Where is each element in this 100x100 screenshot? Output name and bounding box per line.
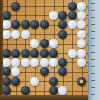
black-stone[interactable]: [21, 86, 30, 95]
black-stone[interactable]: [40, 39, 49, 48]
black-stone[interactable]: [2, 67, 11, 76]
white-stone[interactable]: [77, 20, 86, 29]
black-stone[interactable]: [58, 30, 67, 39]
white-stone[interactable]: [77, 49, 86, 58]
black-stone[interactable]: [77, 77, 86, 86]
white-stone[interactable]: [68, 49, 77, 58]
black-stone[interactable]: [58, 20, 67, 29]
white-stone[interactable]: [40, 58, 49, 67]
black-stone[interactable]: [30, 49, 39, 58]
white-stone[interactable]: [30, 58, 39, 67]
black-stone[interactable]: [49, 49, 58, 58]
white-stone[interactable]: [21, 30, 30, 39]
white-stone[interactable]: [2, 58, 11, 67]
white-stone[interactable]: [77, 11, 86, 20]
board-edge-left: [0, 0, 3, 100]
black-stone[interactable]: [11, 77, 20, 86]
black-stone[interactable]: [40, 49, 49, 58]
white-stone[interactable]: [77, 58, 86, 67]
white-stone[interactable]: [77, 39, 86, 48]
white-stone[interactable]: [77, 30, 86, 39]
white-stone[interactable]: [68, 20, 77, 29]
white-stone[interactable]: [49, 11, 58, 20]
go-board-photo: [0, 0, 100, 100]
black-stone[interactable]: [2, 86, 11, 95]
black-stone[interactable]: [11, 20, 20, 29]
black-stone[interactable]: [11, 49, 20, 58]
black-stone[interactable]: [11, 2, 20, 11]
right-side-strip: [88, 0, 100, 100]
white-stone[interactable]: [2, 30, 11, 39]
black-stone[interactable]: [2, 77, 11, 86]
black-stone[interactable]: [58, 67, 67, 76]
go-board[interactable]: [0, 0, 100, 100]
white-stone[interactable]: [30, 77, 39, 86]
black-stone[interactable]: [58, 58, 67, 67]
strip-tick-marks: [91, 3, 95, 97]
grid-hline: [2, 91, 88, 92]
white-stone[interactable]: [49, 39, 58, 48]
white-stone[interactable]: [21, 58, 30, 67]
white-stone[interactable]: [11, 58, 20, 67]
black-stone[interactable]: [21, 49, 30, 58]
white-stone[interactable]: [58, 86, 67, 95]
white-stone[interactable]: [49, 58, 58, 67]
black-stone[interactable]: [40, 20, 49, 29]
black-stone[interactable]: [58, 11, 67, 20]
black-stone[interactable]: [2, 49, 11, 58]
black-stone[interactable]: [30, 20, 39, 29]
black-stone[interactable]: [68, 2, 77, 11]
white-stone[interactable]: [77, 2, 86, 11]
black-stone[interactable]: [2, 11, 11, 20]
white-stone[interactable]: [30, 39, 39, 48]
black-stone[interactable]: [49, 77, 58, 86]
black-stone[interactable]: [21, 20, 30, 29]
black-stone[interactable]: [49, 86, 58, 95]
last-move-marker: [80, 80, 83, 83]
white-stone[interactable]: [2, 20, 11, 29]
black-stone[interactable]: [68, 11, 77, 20]
white-stone[interactable]: [11, 30, 20, 39]
black-stone[interactable]: [40, 67, 49, 76]
white-stone[interactable]: [11, 67, 20, 76]
board-edge-bottom: [0, 95, 100, 100]
